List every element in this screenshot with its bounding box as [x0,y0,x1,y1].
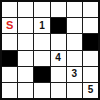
empty-cell-r4c3[interactable] [34,51,49,66]
empty-cell-r1c3[interactable] [34,2,49,17]
empty-cell-r6c2[interactable] [18,83,33,98]
number-cell-r4c4[interactable]: 4 [51,51,66,66]
empty-cell-r1c2[interactable] [18,2,33,17]
empty-cell-r1c6[interactable] [83,2,98,17]
block-cell-r3c6 [83,34,98,49]
block-cell-r2c4 [51,18,66,33]
empty-cell-r6c5[interactable] [67,83,82,98]
empty-cell-r6c4[interactable] [51,83,66,98]
empty-cell-r5c1[interactable] [2,67,17,82]
number-cell-r5c5[interactable]: 3 [67,67,82,82]
letter-cell-r2c1[interactable]: S [2,18,17,33]
empty-cell-r4c5[interactable] [67,51,82,66]
empty-cell-r3c5[interactable] [67,34,82,49]
empty-cell-r6c3[interactable] [34,83,49,98]
empty-cell-r2c2[interactable] [18,18,33,33]
empty-cell-r5c2[interactable] [18,67,33,82]
empty-cell-r1c4[interactable] [51,2,66,17]
empty-cell-r2c5[interactable] [67,18,82,33]
empty-cell-r2c6[interactable] [83,18,98,33]
block-cell-r4c1 [2,51,17,66]
empty-cell-r1c1[interactable] [2,2,17,17]
empty-cell-r5c6[interactable] [83,67,98,82]
empty-cell-r6c1[interactable] [2,83,17,98]
puzzle-board: S1435 [0,0,100,100]
empty-cell-r3c4[interactable] [51,34,66,49]
empty-cell-r3c1[interactable] [2,34,17,49]
empty-cell-r5c4[interactable] [51,67,66,82]
number-cell-r2c3[interactable]: 1 [34,18,49,33]
block-cell-r5c3 [34,67,49,82]
empty-cell-r3c2[interactable] [18,34,33,49]
empty-cell-r4c2[interactable] [18,51,33,66]
empty-cell-r3c3[interactable] [34,34,49,49]
empty-cell-r4c6[interactable] [83,51,98,66]
number-cell-r6c6[interactable]: 5 [83,83,98,98]
empty-cell-r1c5[interactable] [67,2,82,17]
